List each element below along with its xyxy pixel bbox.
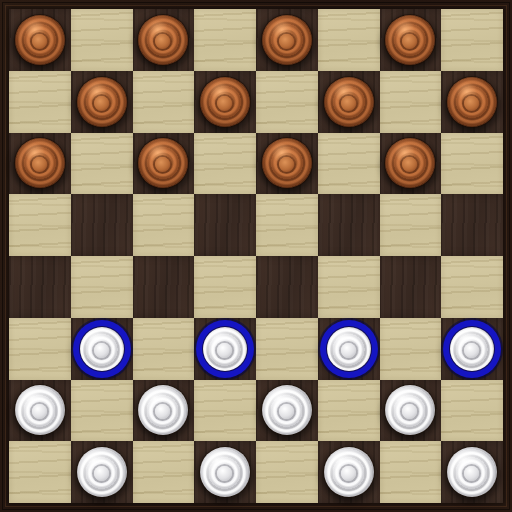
square-d7[interactable] xyxy=(194,71,256,133)
square-e7[interactable] xyxy=(256,71,318,133)
square-d3[interactable] xyxy=(194,318,256,380)
square-c8[interactable] xyxy=(133,9,195,71)
checker-dark-man[interactable] xyxy=(385,15,435,65)
square-g5[interactable] xyxy=(380,194,442,256)
checker-dark-man[interactable] xyxy=(138,138,188,188)
square-h1[interactable] xyxy=(441,441,503,503)
checker-dark-man[interactable] xyxy=(138,15,188,65)
checker-light-man-highlighted[interactable] xyxy=(203,327,247,371)
square-f6[interactable] xyxy=(318,133,380,195)
square-h8[interactable] xyxy=(441,9,503,71)
square-c7[interactable] xyxy=(133,71,195,133)
square-a4[interactable] xyxy=(9,256,71,318)
square-a1[interactable] xyxy=(9,441,71,503)
square-b4[interactable] xyxy=(71,256,133,318)
checkers-board xyxy=(0,0,512,512)
square-f4[interactable] xyxy=(318,256,380,318)
square-e2[interactable] xyxy=(256,380,318,442)
square-f5[interactable] xyxy=(318,194,380,256)
checker-dark-man[interactable] xyxy=(447,77,497,127)
square-e1[interactable] xyxy=(256,441,318,503)
checker-light-man[interactable] xyxy=(262,385,312,435)
square-g2[interactable] xyxy=(380,380,442,442)
square-g4[interactable] xyxy=(380,256,442,318)
square-h7[interactable] xyxy=(441,71,503,133)
checker-dark-man[interactable] xyxy=(15,15,65,65)
square-h2[interactable] xyxy=(441,380,503,442)
square-d8[interactable] xyxy=(194,9,256,71)
checker-light-man[interactable] xyxy=(77,447,127,497)
checker-light-man[interactable] xyxy=(324,447,374,497)
checker-dark-man[interactable] xyxy=(324,77,374,127)
square-a6[interactable] xyxy=(9,133,71,195)
square-e4[interactable] xyxy=(256,256,318,318)
checker-light-man[interactable] xyxy=(15,385,65,435)
square-b6[interactable] xyxy=(71,133,133,195)
square-c6[interactable] xyxy=(133,133,195,195)
checker-dark-man[interactable] xyxy=(262,138,312,188)
checker-light-man-highlighted[interactable] xyxy=(450,327,494,371)
square-h6[interactable] xyxy=(441,133,503,195)
square-h5[interactable] xyxy=(441,194,503,256)
square-d1[interactable] xyxy=(194,441,256,503)
square-a8[interactable] xyxy=(9,9,71,71)
square-d6[interactable] xyxy=(194,133,256,195)
square-e6[interactable] xyxy=(256,133,318,195)
square-g8[interactable] xyxy=(380,9,442,71)
square-h3[interactable] xyxy=(441,318,503,380)
square-h4[interactable] xyxy=(441,256,503,318)
square-f7[interactable] xyxy=(318,71,380,133)
square-e8[interactable] xyxy=(256,9,318,71)
checker-dark-man[interactable] xyxy=(262,15,312,65)
square-d2[interactable] xyxy=(194,380,256,442)
checker-dark-man[interactable] xyxy=(15,138,65,188)
checker-light-man[interactable] xyxy=(138,385,188,435)
square-c2[interactable] xyxy=(133,380,195,442)
checker-dark-man[interactable] xyxy=(385,138,435,188)
square-a7[interactable] xyxy=(9,71,71,133)
square-a2[interactable] xyxy=(9,380,71,442)
square-b8[interactable] xyxy=(71,9,133,71)
square-f2[interactable] xyxy=(318,380,380,442)
square-d5[interactable] xyxy=(194,194,256,256)
square-e3[interactable] xyxy=(256,318,318,380)
square-f3[interactable] xyxy=(318,318,380,380)
square-d4[interactable] xyxy=(194,256,256,318)
square-c1[interactable] xyxy=(133,441,195,503)
checker-light-man[interactable] xyxy=(447,447,497,497)
checker-light-man[interactable] xyxy=(200,447,250,497)
square-b2[interactable] xyxy=(71,380,133,442)
square-c3[interactable] xyxy=(133,318,195,380)
square-b5[interactable] xyxy=(71,194,133,256)
checker-dark-man[interactable] xyxy=(200,77,250,127)
square-g1[interactable] xyxy=(380,441,442,503)
checker-light-man-highlighted[interactable] xyxy=(327,327,371,371)
square-g6[interactable] xyxy=(380,133,442,195)
square-b1[interactable] xyxy=(71,441,133,503)
checker-light-man-highlighted[interactable] xyxy=(80,327,124,371)
square-c4[interactable] xyxy=(133,256,195,318)
square-g7[interactable] xyxy=(380,71,442,133)
square-b7[interactable] xyxy=(71,71,133,133)
square-a5[interactable] xyxy=(9,194,71,256)
square-g3[interactable] xyxy=(380,318,442,380)
square-f1[interactable] xyxy=(318,441,380,503)
board-grid xyxy=(9,9,503,503)
square-c5[interactable] xyxy=(133,194,195,256)
checker-dark-man[interactable] xyxy=(77,77,127,127)
checker-light-man[interactable] xyxy=(385,385,435,435)
square-a3[interactable] xyxy=(9,318,71,380)
square-f8[interactable] xyxy=(318,9,380,71)
square-e5[interactable] xyxy=(256,194,318,256)
square-b3[interactable] xyxy=(71,318,133,380)
